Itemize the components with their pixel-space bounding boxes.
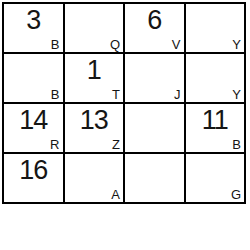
cell-letter: Y <box>232 38 241 52</box>
cell-letter: Q <box>110 38 120 52</box>
cell-r3c2[interactable]: 13 Z <box>65 104 124 152</box>
cell-letter: Z <box>112 138 120 152</box>
cell-letter: G <box>231 188 241 202</box>
cell-letter: J <box>174 88 181 102</box>
cell-r2c2[interactable]: 1 T <box>65 54 124 102</box>
cell-r1c4[interactable]: Y <box>186 4 245 52</box>
cell-r2c1[interactable]: B <box>4 54 63 102</box>
cell-r4c3[interactable] <box>125 154 184 202</box>
cell-letter: B <box>51 38 60 52</box>
cell-r3c1[interactable]: 14 R <box>4 104 63 152</box>
cell-r3c3[interactable] <box>125 104 184 152</box>
cell-letter: B <box>232 138 241 152</box>
cell-r4c1[interactable]: 16 <box>4 154 63 202</box>
cell-number: 3 <box>4 6 63 34</box>
cell-letter: Y <box>232 88 241 102</box>
puzzle-grid: 3 B Q 6 V Y B 1 T J Y 14 R 13 Z 11 <box>2 2 246 204</box>
cell-letter: A <box>111 188 120 202</box>
cell-r1c2[interactable]: Q <box>65 4 124 52</box>
cell-r1c3[interactable]: 6 V <box>125 4 184 52</box>
cell-letter: V <box>172 38 181 52</box>
cell-r3c4[interactable]: 11 B <box>186 104 245 152</box>
cell-r2c4[interactable]: Y <box>186 54 245 102</box>
cell-r4c2[interactable]: A <box>65 154 124 202</box>
cell-r2c3[interactable]: J <box>125 54 184 102</box>
cell-number: 16 <box>4 156 63 184</box>
cell-number: 14 <box>4 106 63 134</box>
cell-number: 11 <box>186 106 245 134</box>
cell-number: 13 <box>65 106 124 134</box>
cell-r1c1[interactable]: 3 B <box>4 4 63 52</box>
cell-letter: B <box>51 88 60 102</box>
cell-number: 6 <box>125 6 184 34</box>
cell-letter: R <box>50 138 59 152</box>
cell-r4c4[interactable]: G <box>186 154 245 202</box>
cell-number: 1 <box>65 56 124 84</box>
cell-letter: T <box>112 88 120 102</box>
